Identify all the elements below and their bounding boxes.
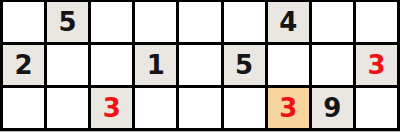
cell-r0c5-empty[interactable]	[224, 2, 265, 42]
cell-r2c4-empty[interactable]	[179, 88, 220, 128]
cell-r0c6-value-4[interactable]: 4	[268, 2, 309, 42]
cell-r1c0-value-2[interactable]: 2	[3, 45, 44, 85]
cell-r1c3-value-1[interactable]: 1	[135, 45, 176, 85]
cell-r2c6-value-3-selected[interactable]: 3	[268, 88, 309, 128]
cell-r2c8-empty[interactable]	[356, 88, 397, 128]
cell-r2c3-empty[interactable]	[135, 88, 176, 128]
cell-r2c0-empty[interactable]	[3, 88, 44, 128]
cell-r0c1-value-5[interactable]: 5	[47, 2, 88, 42]
cell-r1c5-value-5[interactable]: 5	[224, 45, 265, 85]
cell-r1c6-empty[interactable]	[268, 45, 309, 85]
cell-r0c0-empty[interactable]	[3, 2, 44, 42]
cell-r1c7-empty[interactable]	[312, 45, 353, 85]
cell-r0c7-empty[interactable]	[312, 2, 353, 42]
cell-r0c8-empty[interactable]	[356, 2, 397, 42]
cell-r1c2-empty[interactable]	[91, 45, 132, 85]
cell-r2c1-empty[interactable]	[47, 88, 88, 128]
cell-r2c5-empty[interactable]	[224, 88, 265, 128]
cell-r1c1-empty[interactable]	[47, 45, 88, 85]
cell-r0c2-empty[interactable]	[91, 2, 132, 42]
cell-r2c2-value-3[interactable]: 3	[91, 88, 132, 128]
cell-r0c3-empty[interactable]	[135, 2, 176, 42]
cell-r1c8-value-3[interactable]: 3	[356, 45, 397, 85]
cell-r0c4-empty[interactable]	[179, 2, 220, 42]
cell-r1c4-empty[interactable]	[179, 45, 220, 85]
puzzle-grid: 542153339	[0, 0, 400, 132]
cell-r2c7-value-9[interactable]: 9	[312, 88, 353, 128]
